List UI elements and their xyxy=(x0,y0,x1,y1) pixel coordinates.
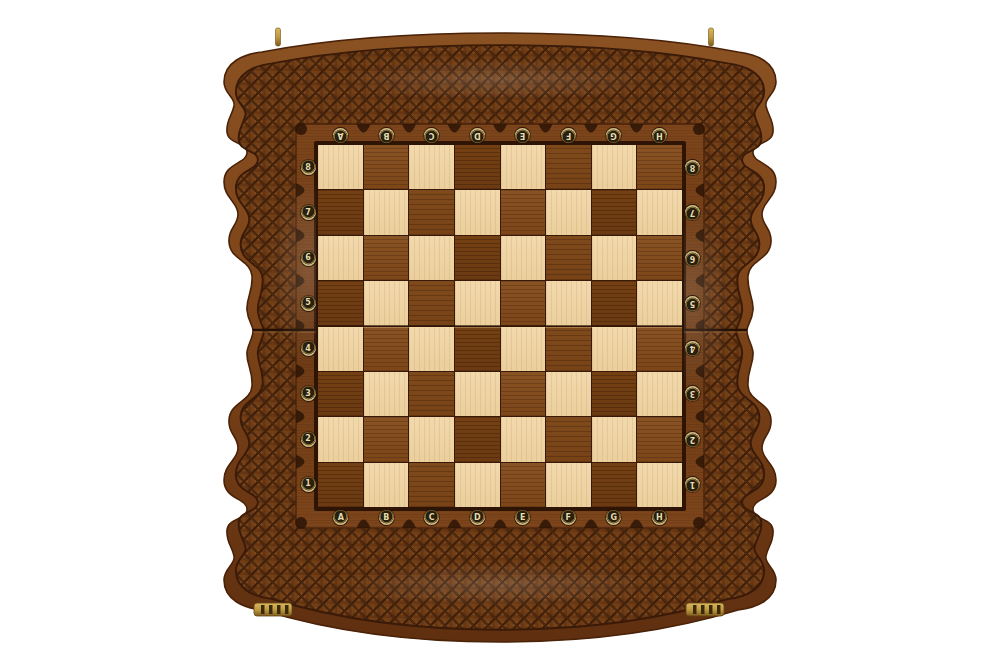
rank-label-left-7-text: 7 xyxy=(305,209,311,217)
rank-label-left-4: 4 xyxy=(301,341,316,356)
file-label-bottom-b: B xyxy=(379,510,394,525)
rank-label-right-3: 3 xyxy=(685,386,700,401)
rank-label-left-7: 7 xyxy=(301,205,316,220)
rank-label-right-1: 1 xyxy=(685,477,700,492)
square-b7[interactable] xyxy=(364,190,409,234)
square-a7[interactable] xyxy=(318,190,363,234)
file-label-top-c: C xyxy=(424,128,439,143)
square-g6[interactable] xyxy=(592,236,637,280)
square-f6[interactable] xyxy=(546,236,591,280)
square-b1[interactable] xyxy=(364,463,409,507)
square-a6[interactable] xyxy=(318,236,363,280)
square-a4[interactable] xyxy=(318,327,363,371)
file-label-bottom-a-text: A xyxy=(338,514,344,522)
file-label-top-c-text: C xyxy=(429,131,435,139)
chess-board-grid xyxy=(318,145,682,507)
file-label-top-d: D xyxy=(470,128,485,143)
file-label-bottom-f: F xyxy=(561,510,576,525)
rank-label-left-5-text: 5 xyxy=(305,299,311,307)
square-f7[interactable] xyxy=(546,190,591,234)
file-label-bottom-f-text: F xyxy=(566,514,571,522)
square-c4[interactable] xyxy=(409,327,454,371)
square-d6[interactable] xyxy=(455,236,500,280)
square-c7[interactable] xyxy=(409,190,454,234)
square-a5[interactable] xyxy=(318,281,363,325)
square-b6[interactable] xyxy=(364,236,409,280)
square-g8[interactable] xyxy=(592,145,637,189)
square-a8[interactable] xyxy=(318,145,363,189)
rank-label-left-6-text: 6 xyxy=(305,254,311,262)
file-label-top-a-text: A xyxy=(338,131,344,139)
square-a3[interactable] xyxy=(318,372,363,416)
bottom-hinge-right xyxy=(686,603,724,616)
rank-label-left-4-text: 4 xyxy=(305,345,311,353)
rank-label-left-8-text: 8 xyxy=(305,164,311,172)
file-label-bottom-d-text: D xyxy=(474,514,481,522)
square-h8[interactable] xyxy=(637,145,682,189)
square-b8[interactable] xyxy=(364,145,409,189)
rank-label-left-3-text: 3 xyxy=(305,390,311,398)
rank-label-right-7: 7 xyxy=(685,205,700,220)
screenshot-root: AA88BB77CC66DD55EE44FF33GG22HH11 xyxy=(0,0,1000,667)
square-f1[interactable] xyxy=(546,463,591,507)
rank-label-left-5: 5 xyxy=(301,296,316,311)
square-d8[interactable] xyxy=(455,145,500,189)
rank-label-left-2: 2 xyxy=(301,432,316,447)
square-b2[interactable] xyxy=(364,417,409,461)
square-g2[interactable] xyxy=(592,417,637,461)
rank-label-right-8-text: 8 xyxy=(689,164,695,172)
file-label-top-f-text: F xyxy=(566,131,571,139)
file-label-top-f: F xyxy=(561,128,576,143)
square-e8[interactable] xyxy=(501,145,546,189)
rank-label-right-6: 6 xyxy=(685,251,700,266)
square-h6[interactable] xyxy=(637,236,682,280)
rank-label-right-1-text: 1 xyxy=(689,480,695,488)
square-h4[interactable] xyxy=(637,327,682,371)
square-g4[interactable] xyxy=(592,327,637,371)
file-label-bottom-h-text: H xyxy=(656,514,663,522)
rank-label-right-4: 4 xyxy=(685,341,700,356)
square-d5[interactable] xyxy=(455,281,500,325)
file-label-top-h: H xyxy=(652,128,667,143)
square-c3[interactable] xyxy=(409,372,454,416)
square-f8[interactable] xyxy=(546,145,591,189)
square-g5[interactable] xyxy=(592,281,637,325)
rank-label-right-2-text: 2 xyxy=(689,435,695,443)
square-g3[interactable] xyxy=(592,372,637,416)
file-label-top-e-text: E xyxy=(520,131,525,139)
square-d7[interactable] xyxy=(455,190,500,234)
square-e3[interactable] xyxy=(501,372,546,416)
square-d1[interactable] xyxy=(455,463,500,507)
file-label-bottom-d: D xyxy=(470,510,485,525)
square-d2[interactable] xyxy=(455,417,500,461)
top-pin-right xyxy=(709,28,714,46)
top-pin-left xyxy=(276,28,281,46)
square-c1[interactable] xyxy=(409,463,454,507)
square-h5[interactable] xyxy=(637,281,682,325)
rank-label-right-5-text: 5 xyxy=(689,299,695,307)
rank-label-left-2-text: 2 xyxy=(305,435,311,443)
square-f4[interactable] xyxy=(546,327,591,371)
square-b3[interactable] xyxy=(364,372,409,416)
rank-label-right-5: 5 xyxy=(685,296,700,311)
square-h7[interactable] xyxy=(637,190,682,234)
file-label-top-g: G xyxy=(606,128,621,143)
file-label-bottom-e-text: E xyxy=(520,514,525,522)
rank-label-right-6-text: 6 xyxy=(689,254,695,262)
square-d3[interactable] xyxy=(455,372,500,416)
file-label-bottom-h: H xyxy=(652,510,667,525)
square-h2[interactable] xyxy=(637,417,682,461)
square-a2[interactable] xyxy=(318,417,363,461)
rank-label-left-1-text: 1 xyxy=(305,480,311,488)
square-d4[interactable] xyxy=(455,327,500,371)
square-e7[interactable] xyxy=(501,190,546,234)
square-c2[interactable] xyxy=(409,417,454,461)
file-label-bottom-b-text: B xyxy=(383,514,389,522)
square-e6[interactable] xyxy=(501,236,546,280)
rank-label-right-7-text: 7 xyxy=(689,209,695,217)
square-e5[interactable] xyxy=(501,281,546,325)
rank-label-left-1: 1 xyxy=(301,477,316,492)
file-label-bottom-g-text: G xyxy=(610,514,617,522)
square-a1[interactable] xyxy=(318,463,363,507)
file-label-top-h-text: H xyxy=(656,131,663,139)
square-c5[interactable] xyxy=(409,281,454,325)
square-h3[interactable] xyxy=(637,372,682,416)
square-e1[interactable] xyxy=(501,463,546,507)
rank-label-left-6: 6 xyxy=(301,251,316,266)
square-g1[interactable] xyxy=(592,463,637,507)
square-e4[interactable] xyxy=(501,327,546,371)
file-label-top-d-text: D xyxy=(474,131,481,139)
file-label-bottom-c-text: C xyxy=(429,514,435,522)
square-f5[interactable] xyxy=(546,281,591,325)
square-b5[interactable] xyxy=(364,281,409,325)
file-label-top-a: A xyxy=(333,128,348,143)
rank-label-right-2: 2 xyxy=(685,432,700,447)
square-f2[interactable] xyxy=(546,417,591,461)
rank-label-left-8: 8 xyxy=(301,160,316,175)
square-c6[interactable] xyxy=(409,236,454,280)
square-g7[interactable] xyxy=(592,190,637,234)
square-b4[interactable] xyxy=(364,327,409,371)
square-e2[interactable] xyxy=(501,417,546,461)
square-h1[interactable] xyxy=(637,463,682,507)
rank-label-right-4-text: 4 xyxy=(689,345,695,353)
bottom-hinge-left xyxy=(254,603,292,616)
square-c8[interactable] xyxy=(409,145,454,189)
rank-label-right-3-text: 3 xyxy=(689,390,695,398)
rank-label-right-8: 8 xyxy=(685,160,700,175)
rank-label-left-3: 3 xyxy=(301,386,316,401)
file-label-top-b-text: B xyxy=(383,131,389,139)
file-label-top-e: E xyxy=(515,128,530,143)
square-f3[interactable] xyxy=(546,372,591,416)
file-label-top-b: B xyxy=(379,128,394,143)
file-label-top-g-text: G xyxy=(610,131,617,139)
